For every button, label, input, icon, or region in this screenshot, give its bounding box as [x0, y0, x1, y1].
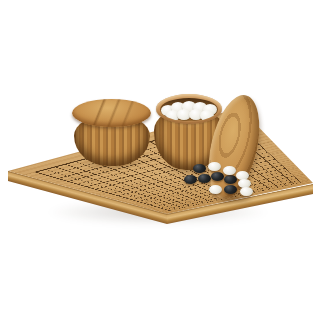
black-stone: [224, 185, 237, 194]
black-stone: [184, 175, 197, 184]
black-stone: [198, 174, 211, 183]
open-bowl-cavity-with-white-stones: [160, 98, 218, 121]
closed-bowl-lid: [72, 99, 151, 127]
white-stone: [223, 166, 236, 175]
black-stone: [193, 164, 206, 173]
hoshi-point: [175, 201, 178, 202]
white-stone: [209, 185, 222, 194]
black-stone: [211, 172, 224, 181]
go-set-photo: [0, 0, 320, 320]
hoshi-point: [268, 181, 270, 182]
white-stone: [240, 187, 253, 196]
hoshi-point: [140, 190, 143, 191]
white-stone: [208, 162, 221, 171]
black-stone: [224, 175, 237, 184]
hoshi-point: [93, 174, 97, 175]
